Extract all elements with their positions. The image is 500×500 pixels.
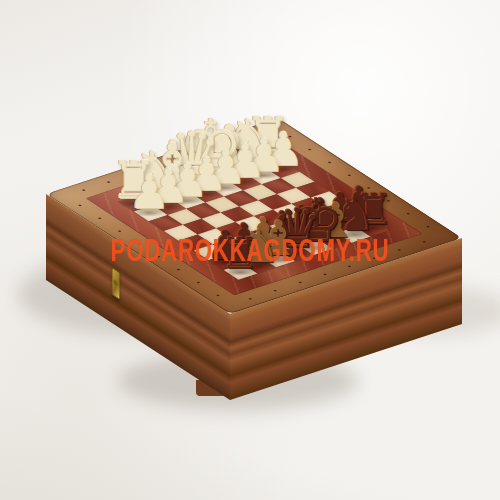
frame-nail-dot	[288, 136, 292, 138]
frame-nail-dot	[216, 294, 220, 296]
frame-nail-dot	[397, 249, 401, 251]
frame-nail-dot	[298, 281, 302, 283]
frame-nail-dot	[107, 181, 111, 183]
frame-nail-dot	[156, 165, 160, 167]
frame-nail-dot	[132, 173, 136, 175]
frame-nail-dot	[386, 200, 390, 202]
frame-nail-dot	[118, 230, 122, 232]
frame-nail-dot	[273, 290, 277, 292]
watermark-text: PODAROKKAGDOMY.RU	[111, 233, 390, 269]
frame-nail-dot	[78, 204, 82, 206]
frame-nail-dot	[422, 241, 426, 243]
frame-nail-dot	[181, 157, 185, 159]
frame-nail-dot	[323, 273, 327, 275]
frame-nail-dot	[98, 217, 102, 219]
frame-nail-dot	[256, 132, 260, 134]
frame-nail-dot	[196, 282, 200, 284]
frame-nail-dot	[248, 298, 252, 300]
frame-nail-dot	[82, 189, 86, 191]
frame-nail-dot	[406, 213, 410, 215]
frame-nail-dot	[231, 140, 235, 142]
frame-nail-dot	[426, 226, 430, 228]
frame-nail-dot	[206, 149, 210, 151]
frame-nail-dot	[367, 187, 371, 189]
frame-nail-dot	[308, 149, 312, 151]
brass-latch-icon	[112, 267, 120, 300]
chess-set-photo: ♜♞♝♛♚♝♞♜♟♟♟♟♟♟♟♟♟♟♟♟♟♟♟♟♜♞♝♛♚♝♞♜ PODAROK…	[0, 0, 500, 500]
frame-nail-dot	[327, 161, 331, 163]
frame-nail-dot	[347, 174, 351, 176]
